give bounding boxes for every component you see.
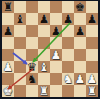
square-b5[interactable] bbox=[14, 37, 26, 49]
square-c7[interactable] bbox=[26, 13, 38, 25]
square-e3[interactable] bbox=[50, 61, 62, 73]
square-e8[interactable] bbox=[50, 1, 62, 13]
square-c6[interactable] bbox=[26, 25, 38, 37]
square-b1[interactable] bbox=[14, 85, 26, 97]
square-h1[interactable]: ♜ bbox=[86, 85, 98, 97]
square-d5[interactable] bbox=[38, 37, 50, 49]
square-h5[interactable] bbox=[86, 37, 98, 49]
black-pawn-g6[interactable]: ♟ bbox=[74, 25, 86, 37]
square-d6[interactable] bbox=[38, 25, 50, 37]
square-a3[interactable]: ♟ bbox=[2, 61, 14, 73]
square-a1[interactable]: ♚ bbox=[2, 85, 14, 97]
square-g5[interactable] bbox=[74, 37, 86, 49]
white-knight-f2[interactable]: ♞ bbox=[62, 73, 74, 85]
square-h6[interactable] bbox=[86, 25, 98, 37]
square-d1[interactable]: ♜ bbox=[38, 85, 50, 97]
black-king-g8[interactable]: ♚ bbox=[74, 1, 86, 13]
white-pawn-a3[interactable]: ♟ bbox=[2, 61, 14, 73]
black-knight-c2[interactable]: ♞ bbox=[26, 73, 38, 85]
white-pawn-g2[interactable]: ♟ bbox=[74, 73, 86, 85]
square-b4[interactable] bbox=[14, 49, 26, 61]
square-b7[interactable]: ♝ bbox=[14, 13, 26, 25]
black-bishop-b7[interactable]: ♝ bbox=[14, 13, 26, 25]
white-bishop-d3[interactable]: ♝ bbox=[38, 61, 50, 73]
square-g1[interactable] bbox=[74, 85, 86, 97]
square-a6[interactable]: ♟ bbox=[2, 25, 14, 37]
square-b2[interactable] bbox=[14, 73, 26, 85]
square-f1[interactable] bbox=[62, 85, 74, 97]
white-king-a1[interactable]: ♚ bbox=[2, 85, 14, 97]
square-e6[interactable]: ♟ bbox=[50, 25, 62, 37]
square-f5[interactable] bbox=[62, 37, 74, 49]
white-pawn-e4[interactable]: ♟ bbox=[50, 49, 62, 61]
square-b3[interactable] bbox=[14, 61, 26, 73]
square-c2[interactable]: ♞ bbox=[26, 73, 38, 85]
square-e2[interactable] bbox=[50, 73, 62, 85]
square-b6[interactable] bbox=[14, 25, 26, 37]
square-f2[interactable]: ♞ bbox=[62, 73, 74, 85]
square-a8[interactable]: ♜ bbox=[2, 1, 14, 13]
square-h7[interactable]: ♟ bbox=[86, 13, 98, 25]
square-g4[interactable] bbox=[74, 49, 86, 61]
square-e4[interactable]: ♟ bbox=[50, 49, 62, 61]
square-d7[interactable]: ♟ bbox=[38, 13, 50, 25]
square-f4[interactable] bbox=[62, 49, 74, 61]
black-rook-a8[interactable]: ♜ bbox=[2, 1, 14, 13]
square-g2[interactable]: ♟ bbox=[74, 73, 86, 85]
square-a5[interactable] bbox=[2, 37, 14, 49]
square-g8[interactable]: ♚ bbox=[74, 1, 86, 13]
chess-board: ♜♚♝♟♟♟♟♟♟♟♟♛♝♞♞♟♟♚♜♜ bbox=[2, 1, 98, 97]
square-d3[interactable]: ♝ bbox=[38, 61, 50, 73]
black-pawn-d7[interactable]: ♟ bbox=[38, 13, 50, 25]
white-rook-d1[interactable]: ♜ bbox=[38, 85, 50, 97]
white-rook-h1[interactable]: ♜ bbox=[86, 85, 98, 97]
square-e1[interactable] bbox=[50, 85, 62, 97]
square-c5[interactable] bbox=[26, 37, 38, 49]
black-pawn-e6[interactable]: ♟ bbox=[50, 25, 62, 37]
square-g6[interactable]: ♟ bbox=[74, 25, 86, 37]
black-pawn-f7[interactable]: ♟ bbox=[62, 13, 74, 25]
square-c1[interactable] bbox=[26, 85, 38, 97]
black-pawn-h7[interactable]: ♟ bbox=[86, 13, 98, 25]
square-f7[interactable]: ♟ bbox=[62, 13, 74, 25]
black-pawn-a6[interactable]: ♟ bbox=[2, 25, 14, 37]
square-f6[interactable] bbox=[62, 25, 74, 37]
square-c8[interactable] bbox=[26, 1, 38, 13]
square-h4[interactable] bbox=[86, 49, 98, 61]
